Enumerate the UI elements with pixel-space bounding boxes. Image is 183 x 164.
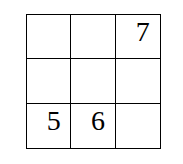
- cell-value: 5: [47, 107, 61, 135]
- puzzle-grid: 7 5 6: [26, 14, 161, 149]
- cell-r3c3[interactable]: [116, 104, 160, 148]
- cell-r3c2[interactable]: 6: [71, 104, 115, 148]
- cell-r1c3[interactable]: 7: [116, 15, 160, 59]
- cell-value: 7: [136, 18, 150, 46]
- cell-r3c1[interactable]: 5: [27, 104, 71, 148]
- cell-r2c3[interactable]: [116, 59, 160, 103]
- cell-value: 6: [91, 107, 105, 135]
- cell-r1c1[interactable]: [27, 15, 71, 59]
- cell-r1c2[interactable]: [71, 15, 115, 59]
- cell-r2c1[interactable]: [27, 59, 71, 103]
- cell-r2c2[interactable]: [71, 59, 115, 103]
